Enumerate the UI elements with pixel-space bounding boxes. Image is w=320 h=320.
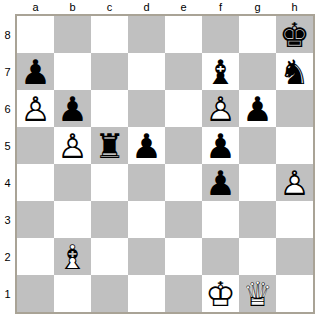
rank-label-2: 2 <box>0 238 15 275</box>
white-pawn-f6[interactable]: ♙ <box>202 90 239 127</box>
square-f8[interactable] <box>202 16 239 53</box>
square-c4[interactable] <box>91 164 128 201</box>
chess-board: ♚♟♝♞♟♙♟♟♙♟♟♙♜♟♟♟♟♙♝♗♚♔♛♕ <box>15 14 315 314</box>
square-g4[interactable] <box>239 164 276 201</box>
square-b7[interactable] <box>54 53 91 90</box>
square-d6[interactable] <box>128 90 165 127</box>
square-g3[interactable] <box>239 201 276 238</box>
white-king-f1[interactable]: ♔ <box>202 275 239 312</box>
file-labels: abcdefgh <box>17 0 313 14</box>
square-h5[interactable] <box>276 127 313 164</box>
rank-label-7: 7 <box>0 53 15 90</box>
white-pawn-b5[interactable]: ♙ <box>54 127 91 164</box>
white-pawn-fill: ♟ <box>276 164 313 201</box>
square-h7[interactable]: ♞ <box>276 53 313 90</box>
square-e6[interactable] <box>165 90 202 127</box>
file-label-a: a <box>17 0 54 14</box>
square-e8[interactable] <box>165 16 202 53</box>
square-a4[interactable] <box>17 164 54 201</box>
square-b4[interactable] <box>54 164 91 201</box>
square-b2[interactable]: ♝♗ <box>54 238 91 275</box>
rank-label-1: 1 <box>0 275 15 312</box>
square-c3[interactable] <box>91 201 128 238</box>
square-f2[interactable] <box>202 238 239 275</box>
black-pawn-b6[interactable]: ♟ <box>54 90 91 127</box>
square-a8[interactable] <box>17 16 54 53</box>
black-king-h8[interactable]: ♚ <box>276 16 313 53</box>
square-h6[interactable] <box>276 90 313 127</box>
rank-label-3: 3 <box>0 201 15 238</box>
square-f7[interactable]: ♝ <box>202 53 239 90</box>
square-h1[interactable] <box>276 275 313 312</box>
white-pawn-fill: ♟ <box>17 90 54 127</box>
square-c5[interactable]: ♜ <box>91 127 128 164</box>
square-e4[interactable] <box>165 164 202 201</box>
file-label-b: b <box>54 0 91 14</box>
white-pawn-fill: ♟ <box>54 127 91 164</box>
square-h2[interactable] <box>276 238 313 275</box>
square-h3[interactable] <box>276 201 313 238</box>
black-pawn-f5[interactable]: ♟ <box>202 127 239 164</box>
square-d3[interactable] <box>128 201 165 238</box>
square-e1[interactable] <box>165 275 202 312</box>
white-bishop-fill: ♝ <box>54 238 91 275</box>
square-a1[interactable] <box>17 275 54 312</box>
square-g5[interactable] <box>239 127 276 164</box>
white-king-fill: ♚ <box>202 275 239 312</box>
square-c6[interactable] <box>91 90 128 127</box>
square-f4[interactable]: ♟ <box>202 164 239 201</box>
square-d2[interactable] <box>128 238 165 275</box>
file-label-d: d <box>128 0 165 14</box>
square-d5[interactable]: ♟ <box>128 127 165 164</box>
black-pawn-a7[interactable]: ♟ <box>17 53 54 90</box>
file-label-g: g <box>239 0 276 14</box>
square-b8[interactable] <box>54 16 91 53</box>
black-pawn-d5[interactable]: ♟ <box>128 127 165 164</box>
square-b5[interactable]: ♟♙ <box>54 127 91 164</box>
square-g1[interactable]: ♛♕ <box>239 275 276 312</box>
file-label-h: h <box>276 0 313 14</box>
square-d4[interactable] <box>128 164 165 201</box>
square-g7[interactable] <box>239 53 276 90</box>
square-e7[interactable] <box>165 53 202 90</box>
rank-label-5: 5 <box>0 127 15 164</box>
white-pawn-a6[interactable]: ♙ <box>17 90 54 127</box>
chess-diagram: abcdefgh 87654321 ♚♟♝♞♟♙♟♟♙♟♟♙♜♟♟♟♟♙♝♗♚♔… <box>0 0 320 320</box>
black-knight-h7[interactable]: ♞ <box>276 53 313 90</box>
square-f1[interactable]: ♚♔ <box>202 275 239 312</box>
square-a3[interactable] <box>17 201 54 238</box>
square-h4[interactable]: ♟♙ <box>276 164 313 201</box>
black-pawn-g6[interactable]: ♟ <box>239 90 276 127</box>
file-label-f: f <box>202 0 239 14</box>
square-h8[interactable]: ♚ <box>276 16 313 53</box>
square-c8[interactable] <box>91 16 128 53</box>
square-b3[interactable] <box>54 201 91 238</box>
square-d7[interactable] <box>128 53 165 90</box>
white-queen-g1[interactable]: ♕ <box>239 275 276 312</box>
square-e3[interactable] <box>165 201 202 238</box>
square-c7[interactable] <box>91 53 128 90</box>
rank-label-8: 8 <box>0 16 15 53</box>
white-bishop-b2[interactable]: ♗ <box>54 238 91 275</box>
file-label-e: e <box>165 0 202 14</box>
square-e2[interactable] <box>165 238 202 275</box>
square-e5[interactable] <box>165 127 202 164</box>
square-d1[interactable] <box>128 275 165 312</box>
square-f6[interactable]: ♟♙ <box>202 90 239 127</box>
square-a7[interactable]: ♟ <box>17 53 54 90</box>
square-a2[interactable] <box>17 238 54 275</box>
square-g2[interactable] <box>239 238 276 275</box>
black-pawn-f4[interactable]: ♟ <box>202 164 239 201</box>
file-label-c: c <box>91 0 128 14</box>
square-d8[interactable] <box>128 16 165 53</box>
white-pawn-fill: ♟ <box>202 90 239 127</box>
square-f5[interactable]: ♟ <box>202 127 239 164</box>
square-a5[interactable] <box>17 127 54 164</box>
rank-label-4: 4 <box>0 164 15 201</box>
square-f3[interactable] <box>202 201 239 238</box>
square-g8[interactable] <box>239 16 276 53</box>
black-rook-c5[interactable]: ♜ <box>91 127 128 164</box>
square-c1[interactable] <box>91 275 128 312</box>
rank-labels: 87654321 <box>0 16 15 312</box>
square-c2[interactable] <box>91 238 128 275</box>
square-b6[interactable]: ♟ <box>54 90 91 127</box>
white-pawn-h4[interactable]: ♙ <box>276 164 313 201</box>
square-a6[interactable]: ♟♙ <box>17 90 54 127</box>
square-g6[interactable]: ♟ <box>239 90 276 127</box>
black-bishop-f7[interactable]: ♝ <box>202 53 239 90</box>
rank-label-6: 6 <box>0 90 15 127</box>
square-b1[interactable] <box>54 275 91 312</box>
white-queen-fill: ♛ <box>239 275 276 312</box>
